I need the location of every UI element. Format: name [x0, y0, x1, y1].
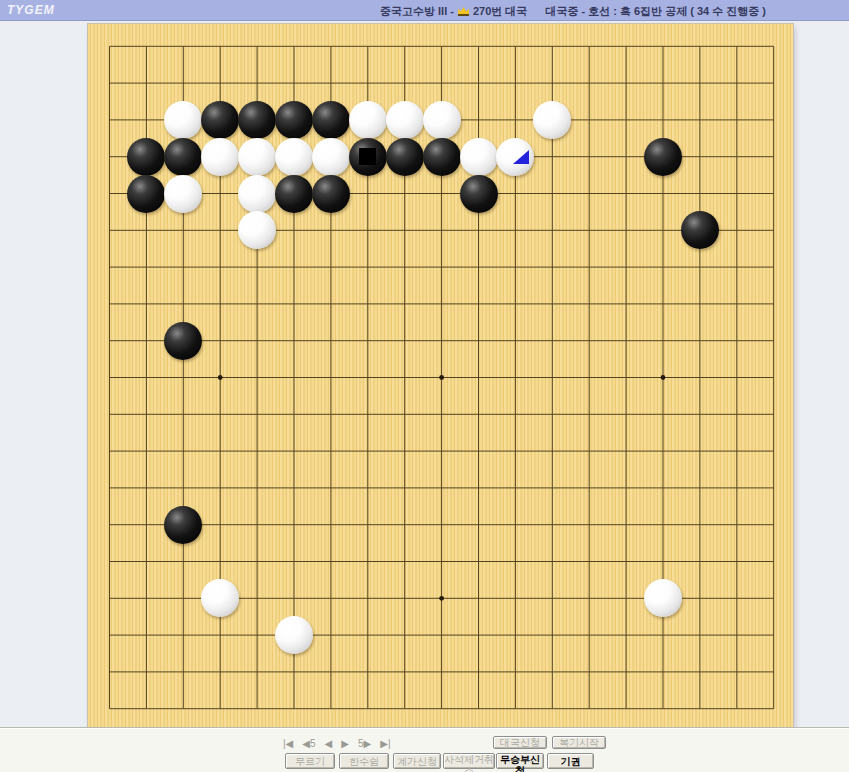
white-stone — [238, 138, 276, 176]
undo-button: 무르기 — [285, 753, 335, 769]
black-stone — [312, 101, 350, 139]
pass-button: 한수쉼 — [339, 753, 389, 769]
star-point — [439, 596, 444, 601]
white-stone — [275, 616, 313, 654]
black-stone — [681, 211, 719, 249]
white-stone — [460, 138, 498, 176]
black-stone — [386, 138, 424, 176]
nav-back5-button[interactable]: ◀5 — [302, 738, 315, 749]
white-stone — [164, 101, 202, 139]
black-stone — [275, 175, 313, 213]
nav-forward-button[interactable]: ▶ — [341, 738, 349, 749]
black-square-marker — [359, 148, 376, 165]
white-stone — [349, 101, 387, 139]
black-stone — [460, 175, 498, 213]
white-stone — [533, 101, 571, 139]
white-stone — [386, 101, 424, 139]
tygem-logo: TYGEM — [7, 3, 55, 17]
star-point — [661, 375, 666, 380]
black-stone — [349, 138, 387, 176]
star-point — [439, 375, 444, 380]
black-stone — [423, 138, 461, 176]
title-bar: TYGEM 중국고수방 III - 270번 대국 대국중 - 호선 : 흑 6… — [0, 0, 849, 21]
white-stone — [238, 175, 276, 213]
white-stone — [312, 138, 350, 176]
cancel-dead-stone-removal-button: 사석제거취소 — [443, 753, 495, 769]
bottom-toolbar: |◀ ◀5 ◀ ▶ 5▶ ▶| 대국신청 복기시작 무르기 한수쉼 계가신청 사… — [0, 727, 849, 772]
draw-request-button[interactable]: 무승부신청 — [496, 753, 544, 769]
nav-first-button[interactable]: |◀ — [283, 738, 293, 749]
game-title: 중국고수방 III - 270번 대국 대국중 - 호선 : 흑 6집반 공제 … — [380, 4, 766, 18]
black-stone — [238, 101, 276, 139]
blue-triangle-marker — [513, 150, 529, 164]
black-stone — [164, 322, 202, 360]
move-navigation: |◀ ◀5 ◀ ▶ 5▶ ▶| — [283, 738, 391, 749]
white-stone — [275, 138, 313, 176]
crown-icon — [458, 6, 469, 16]
black-stone — [127, 175, 165, 213]
black-stone — [127, 138, 165, 176]
nav-forward5-button[interactable]: 5▶ — [358, 738, 371, 749]
white-stone — [164, 175, 202, 213]
game-status: 대국중 - 호선 : 흑 6집반 공제 ( 34 수 진행중 ) — [545, 4, 766, 19]
tygem-client-window: TYGEM 중국고수방 III - 270번 대국 대국중 - 호선 : 흑 6… — [0, 0, 849, 772]
nav-last-button[interactable]: ▶| — [380, 738, 390, 749]
review-start-button: 복기시작 — [552, 736, 606, 749]
game-request-button: 대국신청 — [493, 736, 547, 749]
nav-back-button[interactable]: ◀ — [325, 738, 333, 749]
board-area — [0, 22, 849, 727]
counting-request-button: 계가신청 — [393, 753, 441, 769]
resign-button[interactable]: 기권 — [547, 753, 594, 769]
game-number: 270번 대국 — [473, 4, 527, 19]
white-stone — [201, 138, 239, 176]
black-stone — [275, 101, 313, 139]
black-stone — [644, 138, 682, 176]
black-stone — [164, 138, 202, 176]
room-title: 중국고수방 III - — [380, 4, 454, 19]
star-point — [218, 375, 223, 380]
black-stone — [312, 175, 350, 213]
black-stone — [164, 506, 202, 544]
black-stone — [201, 101, 239, 139]
go-board[interactable] — [88, 24, 793, 727]
white-stone — [496, 138, 534, 176]
white-stone — [423, 101, 461, 139]
